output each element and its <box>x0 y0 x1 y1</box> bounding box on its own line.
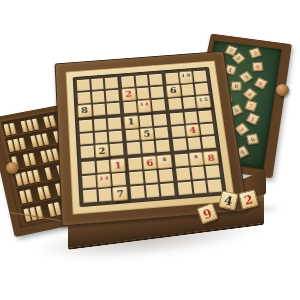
cell[interactable] <box>98 188 112 201</box>
cell[interactable] <box>135 75 148 87</box>
box-3x3: 98 <box>174 152 222 196</box>
left-drawer-knob[interactable] <box>6 162 19 174</box>
drawer-tile-digit: 6 <box>257 80 263 86</box>
drawer-tile-9[interactable]: 9 <box>252 62 263 72</box>
cell[interactable] <box>176 168 190 181</box>
box-3x3: 68 <box>128 155 175 199</box>
cell[interactable]: 15 <box>197 95 211 107</box>
cell[interactable] <box>106 90 119 102</box>
drawer-tile-1[interactable]: 1 <box>246 112 261 125</box>
cell[interactable]: 34 <box>138 100 151 112</box>
pencil-mark-digit: 8 <box>162 158 166 163</box>
drawer-tile-digit: 5 <box>233 107 239 113</box>
box-3x3: 234 <box>121 74 165 113</box>
cell[interactable] <box>193 70 207 82</box>
cell[interactable]: 2 <box>122 88 135 100</box>
drawer-tile-digit: 8 <box>234 83 238 88</box>
drawer-tile-digit: 3 <box>238 126 245 132</box>
drawer-tile-4[interactable]: 4 <box>242 87 257 101</box>
drawer-tile-digit: 9 <box>255 64 259 69</box>
cell[interactable] <box>112 173 126 186</box>
pencil-mark-tile[interactable]: 34 <box>136 99 152 113</box>
cell[interactable] <box>195 83 209 95</box>
cell[interactable] <box>144 170 158 183</box>
drawer-tile-digit: 4 <box>247 91 254 97</box>
drawer-tile-digit: 7 <box>228 48 234 54</box>
drawer-tile-digit: 6 <box>250 136 255 142</box>
cell[interactable] <box>123 101 136 113</box>
cell[interactable] <box>108 117 121 129</box>
cell[interactable]: 6 <box>143 156 157 169</box>
board-tile-6[interactable]: 6 <box>142 155 158 170</box>
cell[interactable] <box>83 189 97 203</box>
cell[interactable] <box>208 179 223 192</box>
pencil-mark-digit: 1 <box>199 98 203 103</box>
board-tile-7[interactable]: 7 <box>112 186 128 202</box>
drawer-tile-7[interactable]: 7 <box>244 100 258 112</box>
cell[interactable] <box>202 136 216 149</box>
cell[interactable]: 1 <box>124 116 138 128</box>
cell[interactable] <box>109 130 123 143</box>
cell[interactable] <box>130 186 144 199</box>
cell[interactable] <box>200 123 214 135</box>
pencil-mark-tile[interactable]: 19 <box>178 71 194 84</box>
pencil-mark-tile[interactable]: 8 <box>157 154 173 169</box>
drawer-tile-digit: 5 <box>235 55 242 61</box>
cell[interactable] <box>93 118 106 130</box>
cell[interactable] <box>77 92 90 104</box>
box-3x3: 2 <box>79 117 124 159</box>
pencil-mark-digit: 3 <box>99 177 103 182</box>
cell[interactable] <box>161 183 175 196</box>
scene: 72591368427519368427 8234196152154134768… <box>0 0 300 300</box>
cell[interactable]: 9 <box>189 153 203 166</box>
cell[interactable]: 8 <box>78 105 91 117</box>
cell[interactable] <box>159 169 173 182</box>
drawer-tile-8[interactable]: 8 <box>230 81 241 91</box>
box-3x3: 1347 <box>81 159 127 203</box>
board-tile-8[interactable]: 8 <box>203 151 220 166</box>
cell[interactable] <box>92 91 105 103</box>
cell[interactable] <box>184 111 198 123</box>
cell[interactable]: 7 <box>113 187 127 200</box>
cell[interactable] <box>81 161 95 174</box>
cell[interactable] <box>107 102 120 114</box>
cell[interactable] <box>126 129 140 142</box>
cell[interactable] <box>93 103 106 115</box>
drawer-tile-digit: 3 <box>243 74 250 80</box>
cell[interactable] <box>127 142 141 155</box>
cell[interactable] <box>153 114 167 126</box>
pencil-mark-tile[interactable]: 15 <box>196 95 212 109</box>
cell[interactable]: 8 <box>158 155 172 168</box>
pencil-mark-digit: 3 <box>140 102 144 107</box>
cell[interactable] <box>128 158 142 171</box>
cell[interactable] <box>178 182 192 195</box>
cell[interactable]: 6 <box>167 85 181 97</box>
sudoku-grid: 823419615215413476898 <box>74 68 226 206</box>
pencil-mark-digit: 4 <box>105 176 109 181</box>
drawer-tile-2[interactable]: 2 <box>248 47 262 59</box>
pencil-mark-digit: 5 <box>204 97 208 102</box>
box-3x3: 15 <box>124 114 170 156</box>
cell[interactable] <box>170 112 184 124</box>
cell[interactable]: 1 <box>111 159 125 172</box>
cell[interactable]: 5 <box>140 128 154 141</box>
cell[interactable] <box>136 87 149 99</box>
cell[interactable] <box>206 165 220 178</box>
cell[interactable] <box>149 74 162 86</box>
cell[interactable] <box>173 139 187 152</box>
cell[interactable]: 19 <box>179 71 193 83</box>
drawer-tile-6[interactable]: 6 <box>253 77 268 90</box>
cell[interactable] <box>91 78 104 90</box>
cell[interactable] <box>80 146 93 159</box>
drawer-tile-digit: 1 <box>250 115 257 122</box>
cell[interactable] <box>139 115 153 127</box>
cell[interactable] <box>96 160 110 173</box>
board-tile-1[interactable]: 1 <box>110 158 126 173</box>
box-3x3: 4 <box>170 110 216 151</box>
cell[interactable] <box>171 125 185 137</box>
cell[interactable] <box>156 140 170 153</box>
board-tile-5[interactable]: 5 <box>139 127 155 141</box>
cell[interactable] <box>181 84 195 96</box>
box-3x3: 19615 <box>165 70 210 109</box>
cell[interactable] <box>174 154 188 167</box>
board-tile-4[interactable]: 4 <box>185 123 201 137</box>
cell[interactable] <box>191 167 205 180</box>
drawer-tile-digit: 2 <box>252 50 258 56</box>
cell[interactable] <box>77 79 90 91</box>
cell[interactable] <box>129 172 143 185</box>
pencil-mark-digit: 4 <box>145 102 149 107</box>
board-tile-1[interactable]: 1 <box>123 115 139 129</box>
pencil-mark-tile[interactable]: 34 <box>96 173 112 188</box>
cell[interactable] <box>165 73 178 85</box>
cell[interactable] <box>155 127 169 140</box>
cell[interactable] <box>82 175 96 188</box>
right-drawer-knob[interactable] <box>276 84 289 96</box>
cell[interactable]: 34 <box>97 174 111 187</box>
pencil-mark-digit: 9 <box>194 155 198 160</box>
board-tile-8[interactable]: 8 <box>77 104 92 118</box>
cell[interactable] <box>94 131 107 144</box>
cell[interactable] <box>182 97 196 109</box>
cell[interactable] <box>141 141 155 154</box>
cell[interactable]: 4 <box>186 124 200 136</box>
cell[interactable] <box>145 184 159 197</box>
cell[interactable]: 8 <box>204 152 218 165</box>
board-tile-2[interactable]: 2 <box>94 144 110 159</box>
box-3x3: 8 <box>77 77 121 117</box>
drawer-tile-6[interactable]: 6 <box>246 133 259 145</box>
cell[interactable] <box>187 137 201 150</box>
cell[interactable] <box>80 132 93 145</box>
cell[interactable] <box>151 86 164 98</box>
stored-tile-edge[interactable] <box>45 167 53 180</box>
board-tile-2[interactable]: 2 <box>121 87 136 101</box>
cell[interactable]: 2 <box>95 145 109 158</box>
cell[interactable] <box>193 181 208 194</box>
pencil-mark-digit: 9 <box>187 73 191 77</box>
cell[interactable] <box>105 77 118 89</box>
cell[interactable] <box>168 98 182 110</box>
cell[interactable] <box>152 99 166 111</box>
board-tile-6[interactable]: 6 <box>166 84 182 98</box>
drawer-tile-digit: 7 <box>248 103 254 109</box>
maple-panel: 823419615215413476898 <box>66 61 235 215</box>
pencil-mark-digit: 1 <box>181 74 185 78</box>
cell[interactable] <box>121 76 134 88</box>
cell[interactable] <box>79 119 92 131</box>
cell[interactable] <box>199 110 213 122</box>
cell[interactable] <box>110 144 124 157</box>
drawer-tile-digit: 1 <box>228 67 234 73</box>
